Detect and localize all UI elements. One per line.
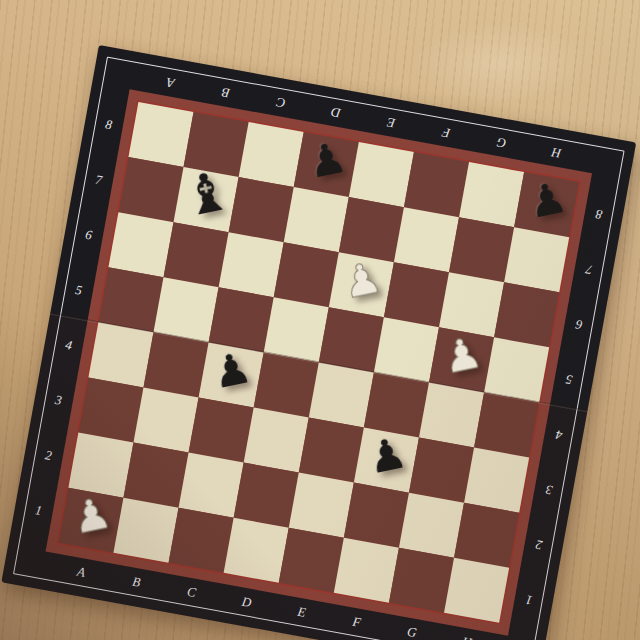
square-a4 [88, 322, 153, 387]
square-e8 [349, 142, 414, 207]
square-f6 [384, 262, 449, 327]
file-label-bottom-h: H [461, 634, 474, 640]
square-d3 [244, 407, 309, 472]
square-d2 [234, 463, 299, 528]
chess-board: ABCDEFGHABCDEFGH8765432187654321♟♟♝♟♟♟♟♟ [1, 45, 636, 640]
square-b2 [123, 443, 188, 508]
white-pawn-g5: ♟ [439, 331, 485, 381]
square-d4 [254, 352, 319, 417]
square-b1 [113, 498, 178, 563]
black-pawn-h8: ♟ [524, 175, 570, 225]
black-pawn-d8: ♟ [304, 135, 350, 185]
square-g2 [399, 493, 464, 558]
square-d6 [274, 242, 339, 307]
square-g4 [419, 382, 484, 447]
square-f1 [334, 538, 399, 603]
square-h1 [444, 558, 509, 623]
square-h4 [474, 392, 539, 457]
square-f8 [404, 152, 469, 217]
square-b6 [164, 222, 229, 287]
square-f7 [394, 207, 459, 272]
square-b4 [143, 332, 208, 397]
square-e4 [309, 362, 374, 427]
square-e2 [289, 473, 354, 538]
square-c1 [169, 508, 234, 573]
square-g1 [389, 548, 454, 613]
square-c6 [219, 232, 284, 297]
square-e3 [299, 418, 364, 483]
square-b3 [133, 387, 198, 452]
square-g3 [409, 438, 474, 503]
black-pawn-c4: ♟ [209, 346, 255, 396]
square-a7 [118, 157, 183, 222]
white-pawn-a1: ♟ [68, 491, 114, 541]
black-pawn-f3: ♟ [364, 431, 410, 481]
square-a8 [128, 102, 193, 167]
square-h6 [494, 282, 559, 347]
square-d1 [224, 518, 289, 583]
square-c3 [189, 397, 254, 462]
square-g8 [459, 162, 524, 227]
white-pawn-e6: ♟ [339, 256, 385, 306]
square-a6 [108, 212, 173, 277]
square-c2 [179, 453, 244, 518]
square-c8 [239, 122, 304, 187]
square-a3 [78, 377, 143, 442]
square-d7 [284, 187, 349, 252]
square-c7 [229, 177, 294, 242]
square-h2 [454, 503, 519, 568]
square-g7 [449, 217, 514, 282]
square-f2 [344, 483, 409, 548]
square-h7 [504, 227, 569, 292]
table-surface: ABCDEFGHABCDEFGH8765432187654321♟♟♝♟♟♟♟♟ [0, 0, 640, 640]
square-h3 [464, 448, 529, 513]
square-e1 [279, 528, 344, 593]
